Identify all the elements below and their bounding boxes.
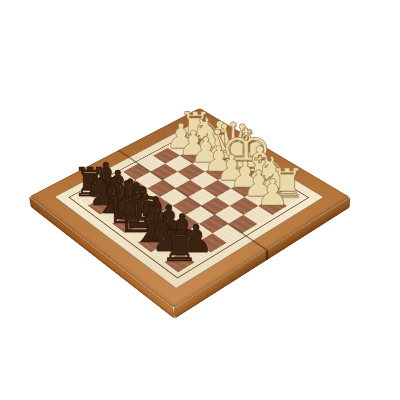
square-h6 [197,233,227,252]
square-e6 [157,206,186,224]
square-f5 [186,206,215,224]
square-e8 [125,224,154,243]
square-h8 [164,252,194,272]
fold-seam-side [266,249,268,261]
square-f7 [154,224,183,243]
board-scene [0,0,400,400]
square-e5 [173,197,201,215]
square-f4 [201,197,230,215]
square-h4 [228,215,257,233]
board-top-face [29,108,350,308]
square-d7 [128,206,157,224]
chess-set-photo: ♜♟♞♟♝♟♛♟♚♟♝♟♟♜♞♟♟♞♜♟♟♝♟♛♟♚♟♝♟♞♟♜ [0,0,400,400]
square-g3 [230,197,259,215]
board-3d-wrapper [68,77,308,317]
square-g8 [151,243,181,263]
square-g7 [167,233,197,252]
square-c8 [100,206,128,224]
square-d6 [144,197,172,215]
square-e7 [141,215,170,233]
square-f8 [138,233,167,252]
square-d8 [112,215,141,233]
square-g5 [199,215,228,233]
square-g6 [183,224,212,243]
square-h5 [213,224,242,243]
square-h3 [243,206,272,224]
chess-board [29,108,350,308]
square-g4 [214,206,243,224]
square-f6 [170,215,199,233]
square-h7 [181,243,211,263]
square-h2 [258,197,287,215]
